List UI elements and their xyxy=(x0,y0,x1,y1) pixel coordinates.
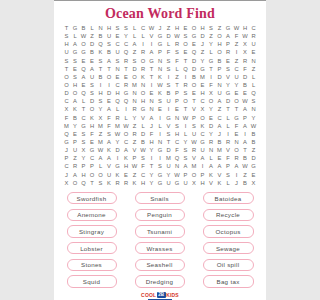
grid-cell: C xyxy=(173,138,182,146)
grid-cell: E xyxy=(122,73,131,81)
grid-cell: O xyxy=(96,171,105,179)
grid-cell: K xyxy=(207,171,216,179)
grid-cell: S xyxy=(71,57,80,65)
grid-cell: T xyxy=(62,24,71,32)
grid-cell: F xyxy=(88,130,97,138)
worksheet-page: Ocean Word Find TGBLNHSSLCWJZHEOHSZGWHCS… xyxy=(54,0,266,300)
grid-cell: S xyxy=(156,162,165,170)
grid-cell: F xyxy=(62,114,71,122)
grid-cell: R xyxy=(241,57,250,65)
word-pill: Lobster xyxy=(67,242,117,255)
grid-cell: C xyxy=(122,138,131,146)
grid-cell: F xyxy=(232,32,241,40)
grid-cell: D xyxy=(88,97,97,105)
grid-cell: Z xyxy=(207,32,216,40)
grid-cell: S xyxy=(62,32,71,40)
word-pill: Oil spill xyxy=(203,259,254,272)
grid-cell: N xyxy=(232,138,241,146)
grid-cell: L xyxy=(122,114,131,122)
word-pill: Stingray xyxy=(67,225,117,238)
grid-cell: J xyxy=(232,179,241,187)
grid-cell: H xyxy=(198,179,207,187)
grid-cell: G xyxy=(113,162,122,170)
grid-cell: R xyxy=(139,48,148,56)
grid-cell: O xyxy=(71,179,80,187)
grid-cell: T xyxy=(241,146,250,154)
grid-cell: A xyxy=(224,32,233,40)
grid-cell: P xyxy=(224,40,233,48)
grid-cell: L xyxy=(96,162,105,170)
grid-cell: J xyxy=(62,171,71,179)
grid-cell: O xyxy=(190,81,199,89)
word-pill: Seashell xyxy=(135,259,185,272)
grid-cell: Y xyxy=(79,154,88,162)
grid-cell: P xyxy=(71,138,80,146)
grid-cell: L xyxy=(173,65,182,73)
grid-cell: S xyxy=(181,146,190,154)
grid-cell: R xyxy=(71,162,80,170)
grid-cell: G xyxy=(198,65,207,73)
grid-cell: Z xyxy=(130,138,139,146)
grid-cell: M xyxy=(130,81,139,89)
grid-cell: A xyxy=(105,154,114,162)
grid-cell: E xyxy=(173,105,182,113)
grid-cell: G xyxy=(198,138,207,146)
grid-cell: O xyxy=(122,130,131,138)
grid-cell: Y xyxy=(147,171,156,179)
grid-cell: Z xyxy=(215,105,224,113)
grid-cell: C xyxy=(198,97,207,105)
grid-cell: G xyxy=(88,146,97,154)
grid-cell: S xyxy=(96,179,105,187)
grid-cell: W xyxy=(96,146,105,154)
grid-cell: I xyxy=(181,122,190,130)
grid-cell: U xyxy=(190,130,199,138)
word-pill: Dredging xyxy=(135,275,185,288)
grid-cell: H xyxy=(198,89,207,97)
grid-cell: S xyxy=(113,24,122,32)
grid-cell: D xyxy=(164,32,173,40)
grid-cell: L xyxy=(249,73,258,81)
grid-cell: U xyxy=(164,162,173,170)
grid-cell: T xyxy=(181,105,190,113)
grid-cell: U xyxy=(198,146,207,154)
grid-cell: S xyxy=(105,130,114,138)
grid-cell: H xyxy=(147,138,156,146)
grid-cell: G xyxy=(164,114,173,122)
grid-cell: R xyxy=(232,154,241,162)
grid-cell: W xyxy=(241,162,250,170)
grid-cell: O xyxy=(105,73,114,81)
grid-cell: H xyxy=(198,24,207,32)
grid-cell: E xyxy=(207,114,216,122)
grid-cell: O xyxy=(232,146,241,154)
grid-cell: T xyxy=(79,105,88,113)
grid-cell: X xyxy=(207,89,216,97)
grid-cell: A xyxy=(241,122,250,130)
grid-cell: O xyxy=(232,97,241,105)
grid-cell: Y xyxy=(113,138,122,146)
grid-cell: I xyxy=(181,73,190,81)
grid-cell: S xyxy=(88,89,97,97)
grid-cell: B xyxy=(241,179,250,187)
grid-cell: O xyxy=(139,57,148,65)
grid-cell: S xyxy=(156,97,165,105)
grid-cell: W xyxy=(147,24,156,32)
grid-cell: I xyxy=(156,114,165,122)
logo-2b-badge: 2B xyxy=(157,292,166,298)
grid-cell: T xyxy=(232,105,241,113)
grid-cell: A xyxy=(198,154,207,162)
grid-cell: D xyxy=(207,122,216,130)
grid-cell: B xyxy=(96,32,105,40)
grid-cell: Q xyxy=(79,65,88,73)
grid-cell: H xyxy=(139,179,148,187)
grid-cell: Q xyxy=(190,48,199,56)
grid-cell: E xyxy=(79,57,88,65)
grid-cell: G xyxy=(232,114,241,122)
grid-cell: C xyxy=(113,81,122,89)
grid-cell: C xyxy=(88,154,97,162)
grid-cell: H xyxy=(241,24,250,32)
grid-cell: E xyxy=(224,57,233,65)
grid-cell: P xyxy=(173,89,182,97)
grid-cell: B xyxy=(79,24,88,32)
grid-cell: E xyxy=(232,130,241,138)
grid-cell: X xyxy=(241,48,250,56)
grid-cell: I xyxy=(122,105,131,113)
grid-cell: C xyxy=(113,40,122,48)
grid-cell: O xyxy=(190,24,199,32)
grid-cell: E xyxy=(71,65,80,73)
grid-cell: B xyxy=(249,138,258,146)
grid-cell: H xyxy=(96,89,105,97)
grid-cell: K xyxy=(198,122,207,130)
grid-cell: E xyxy=(79,81,88,89)
grid-cell: Q xyxy=(79,89,88,97)
grid-cell: A xyxy=(71,97,80,105)
grid-cell: N xyxy=(156,65,165,73)
grid-cell: S xyxy=(164,130,173,138)
grid-cell: U xyxy=(105,171,114,179)
grid-cell: E xyxy=(232,89,241,97)
grid-cell: S xyxy=(207,24,216,32)
grid-cell: W xyxy=(130,162,139,170)
grid-cell: T xyxy=(88,179,97,187)
grid-cell: O xyxy=(215,48,224,56)
grid-cell: W xyxy=(249,122,258,130)
grid-cell: O xyxy=(215,32,224,40)
grid-cell: E xyxy=(241,89,250,97)
grid-cell: E xyxy=(88,57,97,65)
grid-cell: F xyxy=(105,122,114,130)
grid-cell: Z xyxy=(232,40,241,48)
grid-cell: G xyxy=(190,32,199,40)
grid-cell: W xyxy=(173,171,182,179)
grid-cell: R xyxy=(122,57,131,65)
grid-cell: G xyxy=(156,40,165,48)
grid-cell: K xyxy=(122,154,131,162)
grid-cell: J xyxy=(215,130,224,138)
grid-cell: C xyxy=(122,40,131,48)
grid-cell: D xyxy=(198,32,207,40)
grid-cell: D xyxy=(130,65,139,73)
grid-cell: A xyxy=(241,105,250,113)
grid-cell: A xyxy=(79,73,88,81)
grid-cell: M xyxy=(113,122,122,130)
grid-cell: S xyxy=(62,57,71,65)
site-logo: COOL 2B KIDS xyxy=(54,292,266,300)
grid-cell: C xyxy=(139,171,148,179)
grid-cell: Y xyxy=(181,138,190,146)
grid-cell: V xyxy=(130,146,139,154)
grid-cell: E xyxy=(147,89,156,97)
grid-cell: Y xyxy=(232,81,241,89)
grid-cell: Q xyxy=(62,130,71,138)
grid-cell: E xyxy=(113,32,122,40)
grid-cell: Y xyxy=(96,105,105,113)
grid-cell: A xyxy=(130,40,139,48)
grid-cell: S xyxy=(164,81,173,89)
grid-cell: B xyxy=(241,81,250,89)
grid-cell: O xyxy=(71,89,80,97)
grid-cell: I xyxy=(232,48,241,56)
grid-cell: L xyxy=(79,97,88,105)
grid-cell: U xyxy=(113,48,122,56)
grid-cell: R xyxy=(122,81,131,89)
grid-cell: K xyxy=(156,89,165,97)
word-pill: Recycle xyxy=(203,209,254,222)
grid-cell: I xyxy=(241,130,250,138)
grid-cell: B xyxy=(215,138,224,146)
grid-cell: R xyxy=(190,146,199,154)
grid-cell: Q xyxy=(181,65,190,73)
word-pill: Swordfish xyxy=(67,192,117,205)
grid-cell: H xyxy=(215,40,224,48)
grid-cell: Y xyxy=(164,171,173,179)
grid-cell: L xyxy=(71,32,80,40)
grid-cell: N xyxy=(130,89,139,97)
grid-cell: G xyxy=(71,48,80,56)
grid-cell: J xyxy=(156,24,165,32)
grid-cell: S xyxy=(181,154,190,162)
grid-cell: U xyxy=(105,32,114,40)
grid-cell: G xyxy=(79,48,88,56)
grid-cell: E xyxy=(122,171,131,179)
grid-cell: F xyxy=(173,57,182,65)
grid-cell: G xyxy=(249,162,258,170)
grid-cell: T xyxy=(164,138,173,146)
grid-cell: A xyxy=(181,162,190,170)
grid-cell: V xyxy=(190,105,199,113)
grid-cell: Z xyxy=(198,48,207,56)
grid-cell: G xyxy=(71,24,80,32)
grid-cell: W xyxy=(156,81,165,89)
grid-cell: A xyxy=(215,162,224,170)
grid-cell: F xyxy=(224,154,233,162)
grid-cell: F xyxy=(241,65,250,73)
grid-cell: U xyxy=(249,40,258,48)
grid-cell: G xyxy=(156,32,165,40)
grid-cell: T xyxy=(147,162,156,170)
grid-cell: R xyxy=(181,81,190,89)
grid-cell: A xyxy=(71,171,80,179)
grid-cell: C xyxy=(198,130,207,138)
grid-cell: Z xyxy=(249,146,258,154)
grid-cell: B xyxy=(249,130,258,138)
grid-cell: H xyxy=(71,81,80,89)
grid-cell: W xyxy=(113,130,122,138)
grid-cell: N xyxy=(215,81,224,89)
grid-cell: I xyxy=(232,171,241,179)
grid-cell: R xyxy=(113,114,122,122)
grid-cell: A xyxy=(232,162,241,170)
grid-cell: Y xyxy=(224,81,233,89)
grid-cell: K xyxy=(105,146,114,154)
word-pill: Batoidea xyxy=(203,192,254,205)
grid-cell: A xyxy=(88,65,97,73)
grid-cell: F xyxy=(173,146,182,154)
word-pill: Stones xyxy=(67,259,117,272)
grid-cell: K xyxy=(96,48,105,56)
grid-cell: S xyxy=(79,130,88,138)
grid-cell: F xyxy=(147,130,156,138)
grid-cell: U xyxy=(164,97,173,105)
grid-cell: U xyxy=(164,179,173,187)
grid-cell: Y xyxy=(198,57,207,65)
grid-cell: I xyxy=(156,130,165,138)
grid-cell: I xyxy=(147,154,156,162)
grid-cell: R xyxy=(224,48,233,56)
grid-cell: B xyxy=(71,114,80,122)
grid-cell: D xyxy=(62,89,71,97)
grid-cell: I xyxy=(147,81,156,89)
grid-cell: S xyxy=(130,57,139,65)
grid-cell: Y xyxy=(207,130,216,138)
grid-cell: E xyxy=(88,138,97,146)
grid-cell: U xyxy=(232,73,241,81)
grid-cell: A xyxy=(105,138,114,146)
grid-cell: A xyxy=(207,162,216,170)
grid-cell: Y xyxy=(249,114,258,122)
grid-cell: S xyxy=(88,81,97,89)
grid-cell: Y xyxy=(147,146,156,154)
grid-cell: C xyxy=(62,162,71,170)
grid-cell: A xyxy=(71,40,80,48)
grid-cell: K xyxy=(88,114,97,122)
grid-cell: N xyxy=(130,97,139,105)
grid-cell: N xyxy=(147,105,156,113)
grid-cell: G xyxy=(224,89,233,97)
grid-cell: X xyxy=(79,146,88,154)
grid-cell: P xyxy=(156,48,165,56)
grid-cell: X xyxy=(241,40,250,48)
grid-cell: I xyxy=(198,162,207,170)
grid-cell: M xyxy=(190,162,199,170)
grid-cell: L xyxy=(224,122,233,130)
grid-cell: Y xyxy=(71,122,80,130)
word-pill: Anemone xyxy=(67,209,117,222)
grid-cell: M xyxy=(62,122,71,130)
grid-cell: O xyxy=(88,105,97,113)
grid-cell: U xyxy=(215,89,224,97)
grid-cell: X xyxy=(62,179,71,187)
grid-cell: V xyxy=(190,154,199,162)
grid-cell: F xyxy=(232,122,241,130)
grid-cell: J xyxy=(198,40,207,48)
grid-cell: S xyxy=(139,154,148,162)
grid-cell: G xyxy=(139,105,148,113)
grid-cell: B xyxy=(88,48,97,56)
grid-cell: H xyxy=(105,24,114,32)
grid-cell: W xyxy=(139,146,148,154)
grid-cell: D xyxy=(113,146,122,154)
logo-text-right: KIDS xyxy=(166,292,179,298)
grid-cell: H xyxy=(88,122,97,130)
grid-cell: J xyxy=(62,146,71,154)
grid-cell: G xyxy=(156,171,165,179)
grid-cell: T xyxy=(173,81,182,89)
grid-cell: A xyxy=(105,57,114,65)
grid-cell: E xyxy=(249,48,258,56)
grid-cell: L xyxy=(164,40,173,48)
grid-cell: A xyxy=(215,97,224,105)
grid-cell: T xyxy=(96,65,105,73)
grid-cell: Y xyxy=(147,179,156,187)
grid-cell: O xyxy=(190,171,199,179)
grid-cell: W xyxy=(241,32,250,40)
grid-cell: L xyxy=(207,154,216,162)
grid-cell: S xyxy=(96,97,105,105)
grid-cell: C xyxy=(232,65,241,73)
grid-cell: C xyxy=(249,24,258,32)
grid-cell: E xyxy=(156,105,165,113)
grid-cell: U xyxy=(88,73,97,81)
grid-cell: B xyxy=(105,48,114,56)
grid-cell: R xyxy=(122,179,131,187)
grid-cell: P xyxy=(198,171,207,179)
grid-cell: X xyxy=(249,179,258,187)
grid-cell: O xyxy=(207,97,216,105)
grid-cell: A xyxy=(105,105,114,113)
grid-cell: O xyxy=(130,73,139,81)
grid-cell: U xyxy=(62,48,71,56)
grid-cell: W xyxy=(181,114,190,122)
grid-cell: E xyxy=(190,89,199,97)
grid-cell: R xyxy=(130,105,139,113)
grid-cell: G xyxy=(79,122,88,130)
grid-cell: N xyxy=(156,57,165,65)
grid-cell: N xyxy=(249,57,258,65)
grid-cell: V xyxy=(224,146,233,154)
grid-cell: T xyxy=(190,97,199,105)
grid-cell: V xyxy=(215,171,224,179)
grid-cell: T xyxy=(147,65,156,73)
grid-cell: E xyxy=(113,73,122,81)
grid-cell: W xyxy=(241,97,250,105)
grid-cell: P xyxy=(88,162,97,170)
grid-cell: Y xyxy=(122,32,131,40)
grid-cell: B xyxy=(96,73,105,81)
grid-cell: F xyxy=(207,81,216,89)
grid-cell: E xyxy=(198,81,207,89)
grid-cell: Z xyxy=(164,24,173,32)
word-pill: Squid xyxy=(67,275,117,288)
word-pill: Penguin xyxy=(135,209,185,222)
grid-cell: R xyxy=(224,138,233,146)
grid-cell: N xyxy=(173,114,182,122)
grid-cell: N xyxy=(113,65,122,73)
